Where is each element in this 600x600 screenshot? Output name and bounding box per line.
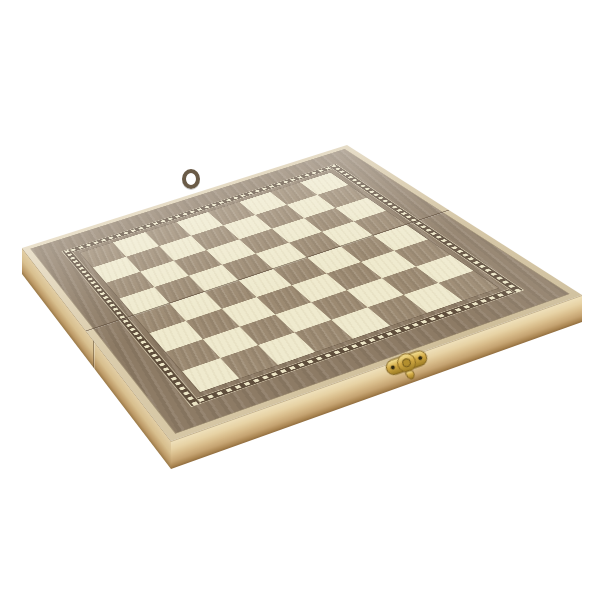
product-photo-stage (0, 0, 600, 600)
latch-hook (405, 370, 415, 380)
hanging-ring (182, 169, 200, 189)
